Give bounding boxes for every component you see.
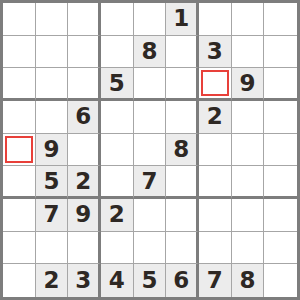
cell-r9c8[interactable]: 8 xyxy=(232,264,265,297)
cell-r6c6[interactable] xyxy=(166,166,199,199)
cell-r3c5[interactable] xyxy=(134,68,167,101)
cell-r9c3[interactable]: 3 xyxy=(68,264,101,297)
cell-r5c8[interactable] xyxy=(232,134,265,167)
cell-r8c4[interactable] xyxy=(101,232,134,265)
cell-r2c7[interactable]: 3 xyxy=(199,36,232,69)
cell-r3c8[interactable]: 9 xyxy=(232,68,265,101)
cell-r9c6[interactable]: 6 xyxy=(166,264,199,297)
cell-r5c3[interactable] xyxy=(68,134,101,167)
cell-r4c9[interactable] xyxy=(264,101,297,134)
cell-r5c7[interactable] xyxy=(199,134,232,167)
cell-r7c6[interactable] xyxy=(166,199,199,232)
cell-r3c9[interactable] xyxy=(264,68,297,101)
cell-r3c7[interactable] xyxy=(199,68,232,101)
cell-r7c3[interactable]: 9 xyxy=(68,199,101,232)
cell-r7c8[interactable] xyxy=(232,199,265,232)
selected-cell-marker xyxy=(201,70,229,96)
cell-r7c7[interactable] xyxy=(199,199,232,232)
cell-r3c1[interactable] xyxy=(3,68,36,101)
cell-r8c2[interactable] xyxy=(36,232,69,265)
cell-r3c2[interactable] xyxy=(36,68,69,101)
cell-r1c7[interactable] xyxy=(199,3,232,36)
cell-r4c8[interactable] xyxy=(232,101,265,134)
cell-r8c7[interactable] xyxy=(199,232,232,265)
cell-r5c9[interactable] xyxy=(264,134,297,167)
cell-r1c8[interactable] xyxy=(232,3,265,36)
cell-r6c1[interactable] xyxy=(3,166,36,199)
cell-r8c9[interactable] xyxy=(264,232,297,265)
cell-r2c2[interactable] xyxy=(36,36,69,69)
cell-r2c1[interactable] xyxy=(3,36,36,69)
cell-r1c3[interactable] xyxy=(68,3,101,36)
cell-r4c7[interactable]: 2 xyxy=(199,101,232,134)
cell-r8c1[interactable] xyxy=(3,232,36,265)
cell-r6c4[interactable] xyxy=(101,166,134,199)
cell-r2c6[interactable] xyxy=(166,36,199,69)
cell-r9c1[interactable] xyxy=(3,264,36,297)
cell-r7c9[interactable] xyxy=(264,199,297,232)
cell-r1c2[interactable] xyxy=(36,3,69,36)
cell-r5c6[interactable]: 8 xyxy=(166,134,199,167)
cell-r4c2[interactable] xyxy=(36,101,69,134)
cell-r2c5[interactable]: 8 xyxy=(134,36,167,69)
cell-r2c3[interactable] xyxy=(68,36,101,69)
cell-r1c9[interactable] xyxy=(264,3,297,36)
cell-r4c1[interactable] xyxy=(3,101,36,134)
cell-r7c1[interactable] xyxy=(3,199,36,232)
cell-r4c3[interactable]: 6 xyxy=(68,101,101,134)
cell-r1c5[interactable] xyxy=(134,3,167,36)
cell-r2c4[interactable] xyxy=(101,36,134,69)
cell-r2c8[interactable] xyxy=(232,36,265,69)
cell-r8c6[interactable] xyxy=(166,232,199,265)
cell-r9c2[interactable]: 2 xyxy=(36,264,69,297)
cell-r4c5[interactable] xyxy=(134,101,167,134)
cell-r3c4[interactable]: 5 xyxy=(101,68,134,101)
cell-r6c3[interactable]: 2 xyxy=(68,166,101,199)
cell-r1c1[interactable] xyxy=(3,3,36,36)
cell-r9c9[interactable] xyxy=(264,264,297,297)
cell-r5c2[interactable]: 9 xyxy=(36,134,69,167)
cell-r8c5[interactable] xyxy=(134,232,167,265)
cell-r7c2[interactable]: 7 xyxy=(36,199,69,232)
cell-r6c5[interactable]: 7 xyxy=(134,166,167,199)
sudoku-board: 1835962985277922345678 xyxy=(0,0,300,300)
cell-r5c1[interactable] xyxy=(3,134,36,167)
cell-r4c4[interactable] xyxy=(101,101,134,134)
cell-r3c6[interactable] xyxy=(166,68,199,101)
cell-r4c6[interactable] xyxy=(166,101,199,134)
cell-r6c8[interactable] xyxy=(232,166,265,199)
cell-r1c4[interactable] xyxy=(101,3,134,36)
cell-r6c7[interactable] xyxy=(199,166,232,199)
cell-r6c9[interactable] xyxy=(264,166,297,199)
cell-r7c4[interactable]: 2 xyxy=(101,199,134,232)
cell-r5c4[interactable] xyxy=(101,134,134,167)
selected-cell-marker xyxy=(5,136,33,164)
cell-r3c3[interactable] xyxy=(68,68,101,101)
cell-r1c6[interactable]: 1 xyxy=(166,3,199,36)
cell-r7c5[interactable] xyxy=(134,199,167,232)
cell-r8c8[interactable] xyxy=(232,232,265,265)
cell-r9c4[interactable]: 4 xyxy=(101,264,134,297)
cell-r8c3[interactable] xyxy=(68,232,101,265)
cell-r6c2[interactable]: 5 xyxy=(36,166,69,199)
cell-r5c5[interactable] xyxy=(134,134,167,167)
cell-r9c7[interactable]: 7 xyxy=(199,264,232,297)
cell-r9c5[interactable]: 5 xyxy=(134,264,167,297)
cell-r2c9[interactable] xyxy=(264,36,297,69)
